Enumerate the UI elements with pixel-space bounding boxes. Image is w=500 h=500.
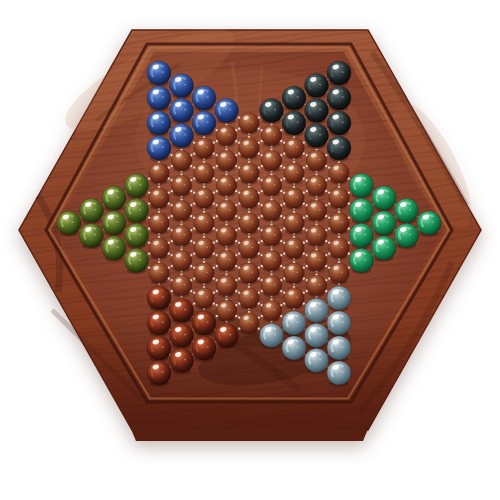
board-hole[interactable] — [306, 225, 327, 247]
product-photo-stage — [0, 0, 500, 500]
marble-malachite[interactable] — [372, 236, 396, 262]
marble-red_swirl[interactable] — [147, 286, 171, 312]
board-hole[interactable] — [329, 163, 350, 185]
board-hole[interactable] — [171, 175, 192, 197]
marble-blue[interactable] — [170, 99, 194, 125]
marble-blue[interactable] — [147, 136, 171, 162]
board-hole[interactable] — [306, 175, 327, 197]
board-hole[interactable] — [239, 213, 260, 235]
board-hole[interactable] — [306, 250, 327, 272]
board-hole[interactable] — [239, 288, 260, 310]
marble-gray_swirl[interactable] — [327, 311, 351, 337]
board-hole[interactable] — [194, 263, 215, 285]
board-hole[interactable] — [194, 188, 215, 210]
marble-blue[interactable] — [215, 99, 239, 125]
marble-red_swirl[interactable] — [170, 324, 194, 350]
board-hole[interactable] — [261, 125, 282, 147]
marble-olive[interactable] — [102, 236, 126, 262]
marble-olive[interactable] — [80, 224, 104, 250]
marble-red_swirl[interactable] — [170, 299, 194, 325]
marble-black[interactable] — [305, 99, 329, 125]
board-hole[interactable] — [261, 150, 282, 172]
board-hole[interactable] — [171, 250, 192, 272]
marble-black[interactable] — [282, 111, 306, 137]
marble-olive[interactable] — [80, 199, 104, 225]
board-hole[interactable] — [194, 138, 215, 160]
board-hole[interactable] — [284, 263, 305, 285]
board-hole[interactable] — [216, 175, 237, 197]
marble-red_swirl[interactable] — [147, 311, 171, 337]
board-hole[interactable] — [306, 200, 327, 222]
marble-blue[interactable] — [147, 111, 171, 137]
board-hole[interactable] — [171, 275, 192, 297]
marble-malachite[interactable] — [372, 186, 396, 212]
marble-gray_swirl[interactable] — [305, 299, 329, 325]
board-hole[interactable] — [149, 188, 170, 210]
marble-red_swirl[interactable] — [215, 324, 239, 350]
board-hole[interactable] — [261, 250, 282, 272]
board-hole[interactable] — [306, 275, 327, 297]
chinese-checkers-board — [0, 0, 500, 500]
board-hole[interactable] — [216, 250, 237, 272]
marble-malachite[interactable] — [350, 249, 374, 275]
board-hole[interactable] — [194, 288, 215, 310]
board-hole[interactable] — [284, 288, 305, 310]
marble-gray_swirl[interactable] — [260, 324, 284, 350]
board-hole[interactable] — [261, 200, 282, 222]
marble-malachite[interactable] — [372, 211, 396, 237]
marble-red_swirl[interactable] — [147, 361, 171, 387]
board-hole[interactable] — [329, 213, 350, 235]
marble-malachite[interactable] — [395, 224, 419, 250]
board-hole[interactable] — [216, 275, 237, 297]
board-hole[interactable] — [261, 175, 282, 197]
board-hole[interactable] — [329, 188, 350, 210]
board-hole[interactable] — [149, 263, 170, 285]
marble-red_swirl[interactable] — [147, 336, 171, 362]
board-hole[interactable] — [239, 138, 260, 160]
board-hole[interactable] — [261, 275, 282, 297]
marble-gray_swirl[interactable] — [305, 349, 329, 375]
marble-blue[interactable] — [192, 86, 216, 112]
board-hole[interactable] — [261, 225, 282, 247]
marble-blue[interactable] — [147, 86, 171, 112]
board-side-face — [131, 429, 368, 441]
board-hole[interactable] — [216, 125, 237, 147]
marble-black[interactable] — [305, 124, 329, 150]
board-hole[interactable] — [239, 163, 260, 185]
board-hole[interactable] — [329, 238, 350, 260]
board-hole[interactable] — [149, 163, 170, 185]
marble-gray_swirl[interactable] — [282, 311, 306, 337]
marble-blue[interactable] — [170, 74, 194, 100]
marble-olive[interactable] — [102, 186, 126, 212]
board-hole[interactable] — [194, 238, 215, 260]
board-hole[interactable] — [284, 138, 305, 160]
marble-olive[interactable] — [57, 211, 81, 237]
marble-blue[interactable] — [170, 124, 194, 150]
board-hole[interactable] — [306, 150, 327, 172]
board-hole[interactable] — [239, 188, 260, 210]
marble-gray_swirl[interactable] — [282, 336, 306, 362]
board-hole[interactable] — [329, 263, 350, 285]
board-hole[interactable] — [216, 300, 237, 322]
marble-malachite[interactable] — [350, 224, 374, 250]
board-hole[interactable] — [284, 188, 305, 210]
marble-black[interactable] — [327, 61, 351, 87]
board-hole[interactable] — [239, 313, 260, 335]
marble-blue[interactable] — [192, 111, 216, 137]
marble-olive[interactable] — [102, 211, 126, 237]
marble-malachite[interactable] — [417, 211, 441, 237]
marble-malachite[interactable] — [350, 199, 374, 225]
marble-black[interactable] — [282, 86, 306, 112]
board-hole[interactable] — [149, 238, 170, 260]
board-hole[interactable] — [284, 163, 305, 185]
marble-blue[interactable] — [147, 61, 171, 87]
board-hole[interactable] — [171, 200, 192, 222]
board-hole[interactable] — [239, 113, 260, 135]
board-hole[interactable] — [194, 213, 215, 235]
marble-black[interactable] — [260, 99, 284, 125]
marble-olive[interactable] — [125, 174, 149, 200]
board-hole[interactable] — [239, 238, 260, 260]
marble-black[interactable] — [305, 74, 329, 100]
marble-olive[interactable] — [125, 224, 149, 250]
board-group — [19, 11, 486, 441]
marble-olive[interactable] — [125, 199, 149, 225]
marble-black[interactable] — [327, 86, 351, 112]
marble-gray_swirl[interactable] — [327, 361, 351, 387]
board-hole[interactable] — [216, 225, 237, 247]
board-hole[interactable] — [284, 238, 305, 260]
board-hole[interactable] — [171, 225, 192, 247]
marble-black[interactable] — [327, 111, 351, 137]
marble-malachite[interactable] — [395, 199, 419, 225]
marble-red_swirl[interactable] — [192, 336, 216, 362]
board-hole[interactable] — [194, 163, 215, 185]
board-hole[interactable] — [284, 213, 305, 235]
marble-black[interactable] — [327, 136, 351, 162]
marble-red_swirl[interactable] — [192, 311, 216, 337]
marble-gray_swirl[interactable] — [305, 324, 329, 350]
marble-gray_swirl[interactable] — [327, 336, 351, 362]
board-hole[interactable] — [239, 263, 260, 285]
board-hole[interactable] — [216, 200, 237, 222]
board-hole[interactable] — [171, 150, 192, 172]
marble-gray_swirl[interactable] — [327, 286, 351, 312]
board-wrap — [0, 0, 500, 500]
board-hole[interactable] — [216, 150, 237, 172]
marble-malachite[interactable] — [350, 174, 374, 200]
marble-olive[interactable] — [125, 249, 149, 275]
marble-red_swirl[interactable] — [170, 349, 194, 375]
board-hole[interactable] — [261, 300, 282, 322]
board-hole[interactable] — [149, 213, 170, 235]
